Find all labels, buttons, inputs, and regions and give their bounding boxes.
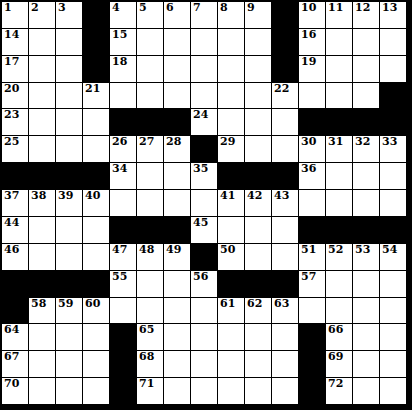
- white-cell[interactable]: [137, 298, 163, 324]
- white-cell[interactable]: [218, 29, 244, 55]
- white-cell[interactable]: 34: [110, 163, 136, 189]
- white-cell[interactable]: 37: [2, 190, 28, 216]
- clue-number: 26: [112, 137, 127, 147]
- white-cell[interactable]: 9: [245, 2, 271, 28]
- clue-number: 27: [139, 137, 154, 147]
- black-cell: [353, 217, 379, 243]
- white-cell[interactable]: [353, 351, 379, 377]
- white-cell[interactable]: [29, 56, 55, 82]
- white-cell[interactable]: 49: [164, 244, 190, 270]
- clue-number: 15: [112, 30, 127, 40]
- black-cell: [137, 217, 163, 243]
- white-cell[interactable]: [191, 324, 217, 350]
- white-cell[interactable]: 45: [191, 217, 217, 243]
- white-cell[interactable]: 6: [164, 2, 190, 28]
- white-cell[interactable]: 70: [2, 378, 28, 404]
- white-cell[interactable]: [56, 83, 82, 109]
- clue-number: 35: [193, 164, 208, 174]
- clue-number: 36: [301, 164, 316, 174]
- white-cell[interactable]: [56, 324, 82, 350]
- white-cell[interactable]: [29, 378, 55, 404]
- black-cell: [2, 163, 28, 189]
- white-cell[interactable]: 14: [2, 29, 28, 55]
- white-cell[interactable]: [137, 83, 163, 109]
- white-cell[interactable]: 15: [110, 29, 136, 55]
- black-cell: [56, 163, 82, 189]
- white-cell[interactable]: [56, 29, 82, 55]
- white-cell[interactable]: [110, 190, 136, 216]
- white-cell[interactable]: 18: [110, 56, 136, 82]
- white-cell[interactable]: 32: [353, 136, 379, 162]
- white-cell[interactable]: [326, 163, 352, 189]
- white-cell[interactable]: [380, 271, 406, 297]
- white-cell[interactable]: [245, 29, 271, 55]
- clue-number: 43: [274, 191, 289, 201]
- clue-number: 5: [139, 3, 147, 13]
- black-cell: [299, 324, 325, 350]
- black-cell: [272, 56, 298, 82]
- white-cell[interactable]: [299, 83, 325, 109]
- white-cell[interactable]: [29, 324, 55, 350]
- white-cell[interactable]: [272, 217, 298, 243]
- black-cell: [245, 271, 271, 297]
- clue-number: 16: [301, 30, 316, 40]
- white-cell[interactable]: 51: [299, 244, 325, 270]
- white-cell[interactable]: 7: [191, 2, 217, 28]
- white-cell[interactable]: [218, 378, 244, 404]
- white-cell[interactable]: [110, 298, 136, 324]
- white-cell[interactable]: 50: [218, 244, 244, 270]
- white-cell[interactable]: [326, 56, 352, 82]
- white-cell[interactable]: [326, 298, 352, 324]
- clue-number: 56: [193, 272, 208, 282]
- clue-number: 1: [4, 3, 12, 13]
- white-cell[interactable]: 65: [137, 324, 163, 350]
- white-cell[interactable]: [83, 324, 109, 350]
- white-cell[interactable]: 57: [299, 271, 325, 297]
- clue-number: 40: [85, 191, 100, 201]
- white-cell[interactable]: [191, 190, 217, 216]
- clue-number: 6: [166, 3, 174, 13]
- white-cell[interactable]: 28: [164, 136, 190, 162]
- white-cell[interactable]: [191, 298, 217, 324]
- clue-number: 72: [328, 379, 343, 389]
- white-cell[interactable]: [164, 29, 190, 55]
- black-cell: [380, 217, 406, 243]
- white-cell[interactable]: 19: [299, 56, 325, 82]
- white-cell[interactable]: [380, 190, 406, 216]
- white-cell[interactable]: 24: [191, 109, 217, 135]
- white-cell[interactable]: [56, 109, 82, 135]
- white-cell[interactable]: 55: [110, 271, 136, 297]
- white-cell[interactable]: 39: [56, 190, 82, 216]
- white-cell[interactable]: 58: [29, 298, 55, 324]
- black-cell: [272, 163, 298, 189]
- white-cell[interactable]: [191, 29, 217, 55]
- clue-number: 51: [301, 245, 316, 255]
- white-cell[interactable]: [353, 56, 379, 82]
- white-cell[interactable]: [218, 109, 244, 135]
- white-cell[interactable]: 20: [2, 83, 28, 109]
- clue-number: 2: [31, 3, 39, 13]
- white-cell[interactable]: [380, 378, 406, 404]
- black-cell: [380, 83, 406, 109]
- white-cell[interactable]: 64: [2, 324, 28, 350]
- crossword-grid: 1234567891011121314151617181920212223242…: [0, 0, 412, 410]
- clue-number: 67: [4, 352, 19, 362]
- white-cell[interactable]: 41: [218, 190, 244, 216]
- white-cell[interactable]: [137, 163, 163, 189]
- clue-number: 33: [382, 137, 397, 147]
- clue-number: 44: [4, 218, 19, 228]
- black-cell: [110, 351, 136, 377]
- white-cell[interactable]: [137, 29, 163, 55]
- clue-number: 29: [220, 137, 235, 147]
- white-cell[interactable]: [56, 378, 82, 404]
- white-cell[interactable]: 59: [56, 298, 82, 324]
- clue-number: 48: [139, 245, 154, 255]
- white-cell[interactable]: 5: [137, 2, 163, 28]
- clue-number: 14: [4, 30, 19, 40]
- clue-number: 17: [4, 57, 19, 67]
- white-cell[interactable]: [56, 244, 82, 270]
- black-cell: [218, 163, 244, 189]
- white-cell[interactable]: 72: [326, 378, 352, 404]
- black-cell: [245, 163, 271, 189]
- white-cell[interactable]: 56: [191, 271, 217, 297]
- black-cell: [110, 217, 136, 243]
- white-cell[interactable]: [218, 217, 244, 243]
- clue-number: 58: [31, 299, 46, 309]
- white-cell[interactable]: 25: [2, 136, 28, 162]
- black-cell: [191, 244, 217, 270]
- black-cell: [2, 271, 28, 297]
- white-cell[interactable]: 42: [245, 190, 271, 216]
- white-cell[interactable]: [353, 271, 379, 297]
- white-cell[interactable]: 52: [326, 244, 352, 270]
- white-cell[interactable]: [380, 56, 406, 82]
- clue-number: 55: [112, 272, 127, 282]
- white-cell[interactable]: 35: [191, 163, 217, 189]
- clue-number: 7: [193, 3, 201, 13]
- clue-number: 46: [4, 245, 19, 255]
- white-cell[interactable]: [56, 217, 82, 243]
- black-cell: [110, 324, 136, 350]
- black-cell: [353, 109, 379, 135]
- clue-number: 30: [301, 137, 316, 147]
- white-cell[interactable]: [299, 190, 325, 216]
- white-cell[interactable]: [83, 351, 109, 377]
- white-cell[interactable]: [56, 56, 82, 82]
- white-cell[interactable]: [380, 298, 406, 324]
- white-cell[interactable]: [29, 244, 55, 270]
- white-cell[interactable]: 26: [110, 136, 136, 162]
- clue-number: 61: [220, 299, 235, 309]
- white-cell[interactable]: 12: [353, 2, 379, 28]
- white-cell[interactable]: [245, 109, 271, 135]
- white-cell[interactable]: [245, 56, 271, 82]
- clue-number: 59: [58, 299, 73, 309]
- clue-number: 11: [328, 3, 343, 13]
- white-cell[interactable]: 68: [137, 351, 163, 377]
- white-cell[interactable]: [272, 109, 298, 135]
- white-cell[interactable]: [56, 136, 82, 162]
- black-cell: [272, 271, 298, 297]
- white-cell[interactable]: [218, 56, 244, 82]
- black-cell: [83, 56, 109, 82]
- black-cell: [164, 109, 190, 135]
- white-cell[interactable]: 38: [29, 190, 55, 216]
- white-cell[interactable]: [191, 56, 217, 82]
- white-cell[interactable]: 10: [299, 2, 325, 28]
- white-cell[interactable]: [137, 271, 163, 297]
- black-cell: [83, 29, 109, 55]
- black-cell: [380, 109, 406, 135]
- clue-number: 71: [139, 379, 154, 389]
- white-cell[interactable]: 11: [326, 2, 352, 28]
- white-cell[interactable]: 53: [353, 244, 379, 270]
- clue-number: 4: [112, 3, 120, 13]
- clue-number: 69: [328, 352, 343, 362]
- clue-number: 52: [328, 245, 343, 255]
- clue-number: 38: [31, 191, 46, 201]
- black-cell: [299, 109, 325, 135]
- white-cell[interactable]: 29: [218, 136, 244, 162]
- white-cell[interactable]: [56, 351, 82, 377]
- white-cell[interactable]: [326, 190, 352, 216]
- white-cell[interactable]: [83, 136, 109, 162]
- black-cell: [56, 271, 82, 297]
- white-cell[interactable]: [83, 244, 109, 270]
- clue-number: 9: [247, 3, 255, 13]
- white-cell[interactable]: [353, 378, 379, 404]
- black-cell: [110, 378, 136, 404]
- white-cell[interactable]: 63: [272, 298, 298, 324]
- white-cell[interactable]: 40: [83, 190, 109, 216]
- white-cell[interactable]: [326, 29, 352, 55]
- clue-number: 42: [247, 191, 262, 201]
- white-cell[interactable]: 2: [29, 2, 55, 28]
- white-cell[interactable]: [272, 378, 298, 404]
- white-cell[interactable]: 27: [137, 136, 163, 162]
- white-cell[interactable]: [218, 324, 244, 350]
- white-cell[interactable]: [353, 163, 379, 189]
- white-cell[interactable]: [29, 217, 55, 243]
- clue-number: 12: [355, 3, 370, 13]
- white-cell[interactable]: [353, 83, 379, 109]
- black-cell: [29, 271, 55, 297]
- clue-number: 22: [274, 84, 289, 94]
- white-cell[interactable]: 16: [299, 29, 325, 55]
- white-cell[interactable]: [272, 136, 298, 162]
- white-cell[interactable]: [272, 244, 298, 270]
- clue-number: 13: [382, 3, 397, 13]
- white-cell[interactable]: 22: [272, 83, 298, 109]
- white-cell[interactable]: 23: [2, 109, 28, 135]
- black-cell: [191, 136, 217, 162]
- white-cell[interactable]: [29, 83, 55, 109]
- clue-number: 21: [85, 84, 100, 94]
- white-cell[interactable]: [29, 351, 55, 377]
- white-cell[interactable]: 48: [137, 244, 163, 270]
- white-cell[interactable]: [326, 83, 352, 109]
- clue-number: 31: [328, 137, 343, 147]
- white-cell[interactable]: [164, 351, 190, 377]
- white-cell[interactable]: [245, 351, 271, 377]
- clue-number: 41: [220, 191, 235, 201]
- clue-number: 45: [193, 218, 208, 228]
- white-cell[interactable]: [353, 29, 379, 55]
- white-cell[interactable]: [299, 298, 325, 324]
- white-cell[interactable]: [164, 271, 190, 297]
- black-cell: [272, 29, 298, 55]
- white-cell[interactable]: [83, 109, 109, 135]
- black-cell: [110, 109, 136, 135]
- white-cell[interactable]: [380, 29, 406, 55]
- black-cell: [83, 163, 109, 189]
- white-cell[interactable]: [353, 190, 379, 216]
- white-cell[interactable]: 1: [2, 2, 28, 28]
- white-cell[interactable]: [380, 163, 406, 189]
- white-cell[interactable]: [164, 378, 190, 404]
- white-cell[interactable]: 67: [2, 351, 28, 377]
- clue-number: 34: [112, 164, 127, 174]
- black-cell: [29, 163, 55, 189]
- white-cell[interactable]: [110, 83, 136, 109]
- black-cell: [272, 2, 298, 28]
- white-cell[interactable]: 3: [56, 2, 82, 28]
- white-cell[interactable]: [245, 324, 271, 350]
- white-cell[interactable]: [380, 324, 406, 350]
- clue-number: 65: [139, 325, 154, 335]
- clue-number: 63: [274, 299, 289, 309]
- white-cell[interactable]: [353, 324, 379, 350]
- black-cell: [83, 271, 109, 297]
- clue-number: 57: [301, 272, 316, 282]
- black-cell: [299, 351, 325, 377]
- white-cell[interactable]: 36: [299, 163, 325, 189]
- clue-number: 28: [166, 137, 181, 147]
- clue-number: 37: [4, 191, 19, 201]
- white-cell[interactable]: [137, 56, 163, 82]
- white-cell[interactable]: 13: [380, 2, 406, 28]
- white-cell[interactable]: [164, 190, 190, 216]
- white-cell[interactable]: 8: [218, 2, 244, 28]
- clue-number: 70: [4, 379, 19, 389]
- white-cell[interactable]: [245, 378, 271, 404]
- white-cell[interactable]: 31: [326, 136, 352, 162]
- white-cell[interactable]: [272, 351, 298, 377]
- white-cell[interactable]: [29, 109, 55, 135]
- white-cell[interactable]: 69: [326, 351, 352, 377]
- white-cell[interactable]: [164, 83, 190, 109]
- clue-number: 49: [166, 245, 181, 255]
- white-cell[interactable]: 43: [272, 190, 298, 216]
- black-cell: [2, 298, 28, 324]
- white-cell[interactable]: [245, 217, 271, 243]
- white-cell[interactable]: [245, 136, 271, 162]
- white-cell[interactable]: [353, 298, 379, 324]
- white-cell[interactable]: 17: [2, 56, 28, 82]
- black-cell: [299, 217, 325, 243]
- white-cell[interactable]: 71: [137, 378, 163, 404]
- white-cell[interactable]: [191, 351, 217, 377]
- clue-number: 19: [301, 57, 316, 67]
- white-cell[interactable]: [83, 378, 109, 404]
- white-cell[interactable]: 62: [245, 298, 271, 324]
- white-cell[interactable]: [164, 163, 190, 189]
- clue-number: 8: [220, 3, 228, 13]
- black-cell: [83, 2, 109, 28]
- white-cell[interactable]: 66: [326, 324, 352, 350]
- clue-number: 23: [4, 110, 19, 120]
- white-cell[interactable]: 54: [380, 244, 406, 270]
- clue-number: 25: [4, 137, 19, 147]
- black-cell: [137, 109, 163, 135]
- clue-number: 62: [247, 299, 262, 309]
- clue-number: 3: [58, 3, 66, 13]
- white-cell[interactable]: [245, 244, 271, 270]
- clue-number: 53: [355, 245, 370, 255]
- white-cell[interactable]: 46: [2, 244, 28, 270]
- clue-number: 20: [4, 84, 19, 94]
- white-cell[interactable]: 33: [380, 136, 406, 162]
- clue-number: 32: [355, 137, 370, 147]
- white-cell[interactable]: 61: [218, 298, 244, 324]
- white-cell[interactable]: 47: [110, 244, 136, 270]
- black-cell: [164, 217, 190, 243]
- clue-number: 64: [4, 325, 19, 335]
- black-cell: [326, 217, 352, 243]
- white-cell[interactable]: [29, 136, 55, 162]
- white-cell[interactable]: 60: [83, 298, 109, 324]
- clue-number: 66: [328, 325, 343, 335]
- clue-number: 60: [85, 299, 100, 309]
- white-cell[interactable]: 30: [299, 136, 325, 162]
- white-cell[interactable]: [218, 351, 244, 377]
- white-cell[interactable]: [191, 83, 217, 109]
- white-cell[interactable]: [380, 351, 406, 377]
- clue-number: 39: [58, 191, 73, 201]
- black-cell: [299, 378, 325, 404]
- black-cell: [218, 271, 244, 297]
- clue-number: 24: [193, 110, 208, 120]
- white-cell[interactable]: 21: [83, 83, 109, 109]
- white-cell[interactable]: 4: [110, 2, 136, 28]
- white-cell[interactable]: [326, 271, 352, 297]
- clue-number: 54: [382, 245, 397, 255]
- clue-number: 18: [112, 57, 127, 67]
- black-cell: [326, 109, 352, 135]
- white-cell[interactable]: [29, 29, 55, 55]
- clue-number: 68: [139, 352, 154, 362]
- white-cell[interactable]: 44: [2, 217, 28, 243]
- white-cell[interactable]: [191, 378, 217, 404]
- white-cell[interactable]: [164, 298, 190, 324]
- white-cell[interactable]: [83, 217, 109, 243]
- white-cell[interactable]: [164, 56, 190, 82]
- white-cell[interactable]: [218, 83, 244, 109]
- clue-number: 10: [301, 3, 316, 13]
- white-cell[interactable]: [272, 324, 298, 350]
- white-cell[interactable]: [164, 324, 190, 350]
- white-cell[interactable]: [245, 83, 271, 109]
- white-cell[interactable]: [137, 190, 163, 216]
- clue-number: 50: [220, 245, 235, 255]
- clue-number: 47: [112, 245, 127, 255]
